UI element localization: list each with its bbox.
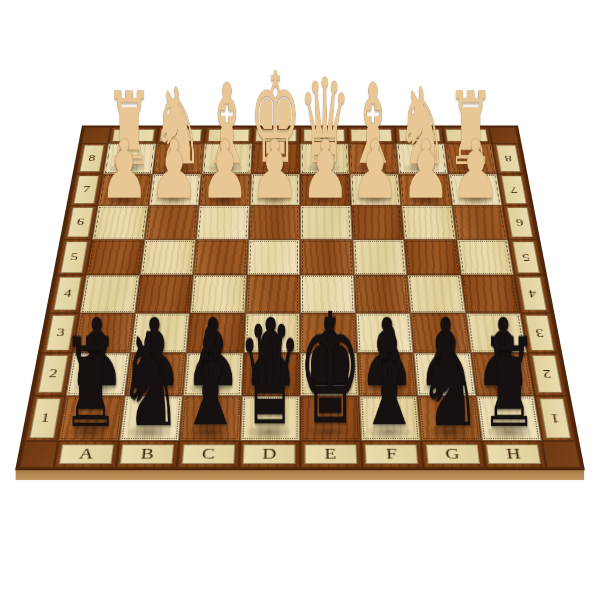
piece-shadow	[424, 424, 474, 440]
rank-label-right-7: 7	[497, 174, 531, 206]
piece-black-king-e1[interactable]: ♚	[298, 293, 361, 446]
piece-shadow	[365, 424, 414, 440]
piece-black-bishop-f1[interactable]: ♝	[358, 310, 421, 445]
square-d5[interactable]	[247, 239, 301, 275]
square-g5[interactable]	[404, 239, 460, 275]
square-c6[interactable]	[196, 206, 249, 240]
piece-shadow	[244, 424, 292, 440]
file-label-bottom-h: H	[481, 441, 546, 468]
board-corner	[19, 441, 58, 468]
board-box-edge	[16, 468, 585, 481]
rank-label-text: 5	[512, 241, 540, 272]
rank-label-text: 1	[539, 398, 571, 438]
square-c1[interactable]: ♝	[179, 395, 241, 440]
square-a5[interactable]	[86, 239, 144, 275]
square-f6[interactable]	[351, 206, 404, 240]
square-f5[interactable]	[352, 239, 407, 275]
rank-label-right-1: 1	[534, 395, 576, 440]
square-h1[interactable]: ♜	[476, 395, 542, 440]
square-e5[interactable]	[300, 239, 354, 275]
file-label-bottom-e: E	[300, 441, 362, 468]
rank-label-text: 6	[506, 208, 533, 238]
square-e6[interactable]	[300, 206, 352, 240]
square-d7[interactable]: ♟	[249, 174, 300, 206]
file-label-text: D	[243, 444, 296, 464]
board-corner	[542, 441, 581, 468]
square-b5[interactable]	[140, 239, 196, 275]
piece-black-queen-d1[interactable]: ♛	[238, 303, 302, 446]
piece-shadow	[124, 424, 174, 440]
rank-label-right-6: 6	[502, 206, 537, 240]
square-d6[interactable]	[248, 206, 300, 240]
file-label-text: G	[425, 444, 480, 464]
square-f7[interactable]: ♟	[349, 174, 401, 206]
photo-scene: ABCDEFGH8♜♞♝♚♛♝♞♜87♟♟♟♟♟♟♟♟7665544332♟♟♟…	[0, 0, 600, 600]
piece-shadow	[184, 424, 233, 440]
file-label-bottom-c: C	[177, 441, 240, 468]
square-b6[interactable]	[144, 206, 199, 240]
piece-black-knight-g1[interactable]: ♞	[418, 316, 482, 446]
rank-label-text: 1	[29, 398, 61, 438]
file-label-text: F	[365, 444, 419, 464]
square-c7[interactable]: ♟	[199, 174, 251, 206]
square-b7[interactable]: ♟	[148, 174, 201, 206]
file-label-bottom-g: G	[421, 441, 485, 468]
file-label-bottom-a: A	[54, 441, 119, 468]
rank-label-text: 7	[73, 176, 99, 204]
square-a1[interactable]: ♜	[58, 395, 124, 440]
chess-board: ABCDEFGH8♜♞♝♚♛♝♞♜87♟♟♟♟♟♟♟♟7665544332♟♟♟…	[15, 125, 585, 470]
square-c5[interactable]	[193, 239, 248, 275]
rank-label-right-5: 5	[508, 239, 544, 275]
square-h6[interactable]	[452, 206, 508, 240]
square-g6[interactable]	[401, 206, 456, 240]
rank-label-text: 7	[501, 176, 527, 204]
file-label-text: B	[120, 444, 175, 464]
square-h7[interactable]: ♟	[448, 174, 503, 206]
file-label-text: H	[486, 444, 541, 464]
file-label-text: E	[304, 444, 357, 464]
square-a7[interactable]: ♟	[98, 174, 153, 206]
square-g7[interactable]: ♟	[398, 174, 451, 206]
square-a6[interactable]	[92, 206, 148, 240]
square-e1[interactable]: ♚	[300, 395, 360, 440]
file-label-bottom-b: B	[115, 441, 179, 468]
rank-label-text: 5	[60, 241, 88, 272]
square-f1[interactable]: ♝	[359, 395, 421, 440]
piece-shadow	[305, 424, 353, 440]
file-label-text: C	[181, 444, 235, 464]
file-label-bottom-f: F	[360, 441, 423, 468]
rank-label-text: 6	[67, 208, 94, 238]
square-h5[interactable]	[456, 239, 514, 275]
piece-black-knight-b1[interactable]: ♞	[118, 316, 182, 446]
square-g1[interactable]: ♞	[417, 395, 481, 440]
square-d1[interactable]: ♛	[240, 395, 300, 440]
square-b1[interactable]: ♞	[119, 395, 183, 440]
piece-black-bishop-c1[interactable]: ♝	[179, 310, 242, 445]
square-e7[interactable]: ♟	[300, 174, 351, 206]
file-label-text: A	[59, 444, 114, 464]
file-label-bottom-d: D	[238, 441, 300, 468]
